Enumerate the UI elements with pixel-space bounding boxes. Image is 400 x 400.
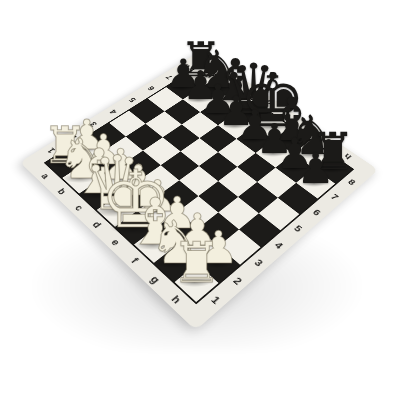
chess-set-photo: aa11bb22cc33dd44ee55ff66gg77hh88 ♜♞♝♛♚♝♞…	[0, 0, 400, 400]
